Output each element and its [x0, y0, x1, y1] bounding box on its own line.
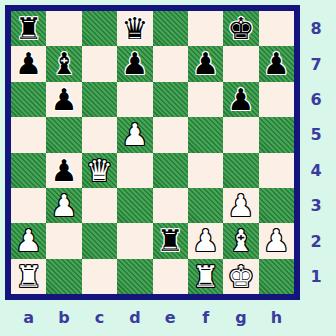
piece-white-pawn: ♟ [263, 223, 290, 258]
square-h4[interactable] [259, 153, 294, 188]
square-a6[interactable] [11, 82, 46, 117]
file-label-f: f [188, 301, 223, 333]
square-d5[interactable]: ♟ [117, 117, 152, 152]
square-a7[interactable]: ♟ [11, 46, 46, 81]
rank-label-1: 1 [301, 259, 331, 294]
piece-black-rook: ♜ [15, 11, 42, 46]
file-label-d: d [117, 301, 152, 333]
square-a8[interactable]: ♜ [11, 11, 46, 46]
rank-label-4: 4 [301, 153, 331, 188]
square-f8[interactable] [188, 11, 223, 46]
square-a2[interactable]: ♟ [11, 223, 46, 258]
square-h1[interactable] [259, 259, 294, 294]
square-g7[interactable] [223, 46, 258, 81]
square-h6[interactable] [259, 82, 294, 117]
square-c7[interactable] [82, 46, 117, 81]
square-h5[interactable] [259, 117, 294, 152]
square-g2[interactable]: ♝ [223, 223, 258, 258]
board-frame: ♜♛♚♟♝♟♟♟♟♟♟♟♛♟♟♟♜♟♝♟♜♜♚ [5, 5, 300, 300]
square-h7[interactable]: ♟ [259, 46, 294, 81]
piece-black-pawn: ♟ [51, 153, 78, 188]
square-d1[interactable] [117, 259, 152, 294]
square-h2[interactable]: ♟ [259, 223, 294, 258]
square-c6[interactable] [82, 82, 117, 117]
square-d8[interactable]: ♛ [117, 11, 152, 46]
square-d6[interactable] [117, 82, 152, 117]
square-a3[interactable] [11, 188, 46, 223]
piece-white-rook: ♜ [192, 259, 219, 294]
piece-black-king: ♚ [228, 11, 255, 46]
file-label-g: g [223, 301, 258, 333]
square-c3[interactable] [82, 188, 117, 223]
piece-black-pawn: ♟ [228, 82, 255, 117]
piece-black-rook: ♜ [157, 223, 184, 258]
square-f1[interactable]: ♜ [188, 259, 223, 294]
square-b8[interactable] [46, 11, 81, 46]
piece-white-pawn: ♟ [121, 117, 148, 152]
rank-label-8: 8 [301, 11, 331, 46]
piece-white-pawn: ♟ [15, 223, 42, 258]
square-b6[interactable]: ♟ [46, 82, 81, 117]
piece-black-pawn: ♟ [51, 82, 78, 117]
piece-black-pawn: ♟ [15, 46, 42, 81]
file-label-c: c [82, 301, 117, 333]
square-b4[interactable]: ♟ [46, 153, 81, 188]
square-a1[interactable]: ♜ [11, 259, 46, 294]
piece-black-queen: ♛ [121, 11, 148, 46]
square-d3[interactable] [117, 188, 152, 223]
square-d4[interactable] [117, 153, 152, 188]
square-c4[interactable]: ♛ [82, 153, 117, 188]
square-c5[interactable] [82, 117, 117, 152]
square-b2[interactable] [46, 223, 81, 258]
piece-black-pawn: ♟ [192, 46, 219, 81]
rank-label-5: 5 [301, 117, 331, 152]
square-b5[interactable] [46, 117, 81, 152]
file-label-h: h [259, 301, 294, 333]
square-h3[interactable] [259, 188, 294, 223]
square-e8[interactable] [153, 11, 188, 46]
file-coordinate-labels: a b c d e f g h [11, 301, 294, 333]
square-e7[interactable] [153, 46, 188, 81]
piece-white-bishop: ♝ [228, 223, 255, 258]
square-g1[interactable]: ♚ [223, 259, 258, 294]
rank-coordinate-labels: 8 7 6 5 4 3 2 1 [301, 11, 331, 294]
square-c2[interactable] [82, 223, 117, 258]
square-f5[interactable] [188, 117, 223, 152]
square-f3[interactable] [188, 188, 223, 223]
square-a5[interactable] [11, 117, 46, 152]
square-e1[interactable] [153, 259, 188, 294]
square-f4[interactable] [188, 153, 223, 188]
square-g6[interactable]: ♟ [223, 82, 258, 117]
file-label-e: e [153, 301, 188, 333]
square-e6[interactable] [153, 82, 188, 117]
piece-white-queen: ♛ [86, 153, 113, 188]
piece-black-pawn: ♟ [121, 46, 148, 81]
file-label-b: b [46, 301, 81, 333]
rank-label-7: 7 [301, 46, 331, 81]
square-f7[interactable]: ♟ [188, 46, 223, 81]
rank-label-3: 3 [301, 188, 331, 223]
piece-white-rook: ♜ [15, 259, 42, 294]
piece-white-pawn: ♟ [192, 223, 219, 258]
square-b3[interactable]: ♟ [46, 188, 81, 223]
square-d7[interactable]: ♟ [117, 46, 152, 81]
rank-label-2: 2 [301, 223, 331, 258]
square-e2[interactable]: ♜ [153, 223, 188, 258]
square-b1[interactable] [46, 259, 81, 294]
piece-white-king: ♚ [228, 259, 255, 294]
piece-white-pawn: ♟ [51, 188, 78, 223]
square-c8[interactable] [82, 11, 117, 46]
chess-board: ♜♛♚♟♝♟♟♟♟♟♟♟♛♟♟♟♜♟♝♟♜♜♚ [11, 11, 294, 294]
square-g3[interactable]: ♟ [223, 188, 258, 223]
piece-white-pawn: ♟ [228, 188, 255, 223]
square-e3[interactable] [153, 188, 188, 223]
piece-black-bishop: ♝ [51, 46, 78, 81]
chess-app-screenshot: ♜♛♚♟♝♟♟♟♟♟♟♟♛♟♟♟♜♟♝♟♜♜♚ 8 7 6 5 4 3 2 1 … [0, 0, 336, 336]
square-h8[interactable] [259, 11, 294, 46]
square-e4[interactable] [153, 153, 188, 188]
file-label-a: a [11, 301, 46, 333]
square-d2[interactable] [117, 223, 152, 258]
square-c1[interactable] [82, 259, 117, 294]
square-g4[interactable] [223, 153, 258, 188]
square-f2[interactable]: ♟ [188, 223, 223, 258]
piece-black-pawn: ♟ [263, 46, 290, 81]
rank-label-6: 6 [301, 82, 331, 117]
square-g5[interactable] [223, 117, 258, 152]
square-b7[interactable]: ♝ [46, 46, 81, 81]
square-e5[interactable] [153, 117, 188, 152]
square-g8[interactable]: ♚ [223, 11, 258, 46]
square-a4[interactable] [11, 153, 46, 188]
square-f6[interactable] [188, 82, 223, 117]
